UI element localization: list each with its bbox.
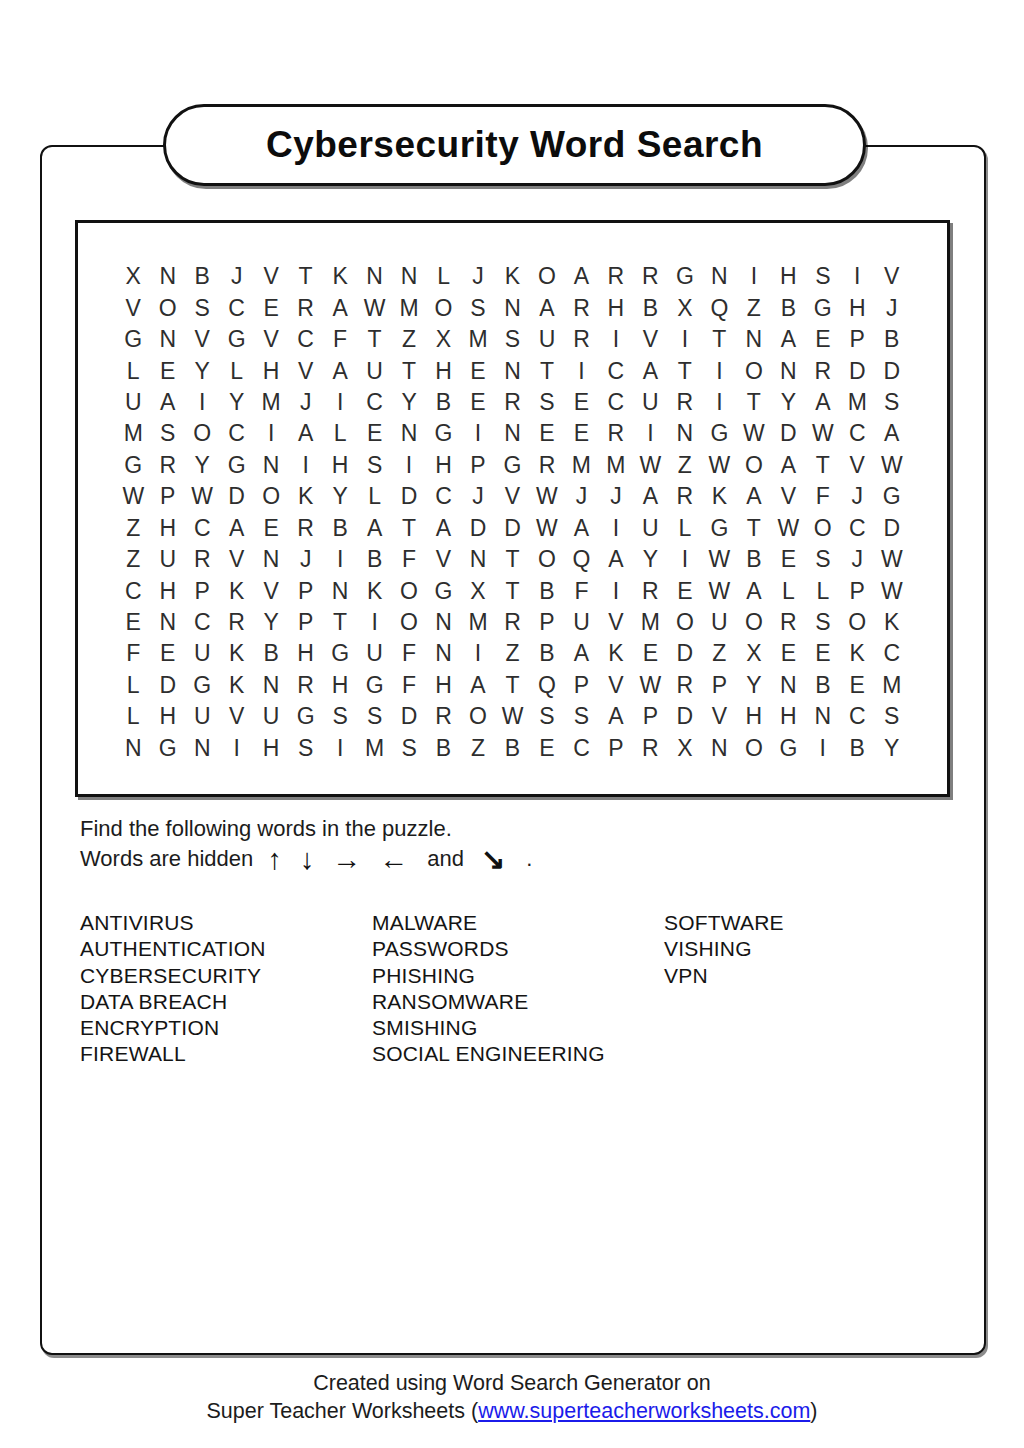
grid-cell-r1c6: T [288,261,322,292]
grid-cell-r13c8: U [357,638,391,669]
grid-cell-r14c22: E [840,670,874,701]
grid-cell-r3c11: M [461,324,495,355]
grid-cell-r9c15: I [599,513,633,544]
grid-cell-r7c12: G [495,450,529,481]
grid-cell-r6c16: I [633,418,667,449]
grid-cell-r16c21: I [806,733,840,764]
grid-cell-r15c4: V [219,701,253,732]
grid-cell-r12c7: T [323,607,357,638]
grid-cell-r14c3: G [185,670,219,701]
grid-cell-r16c17: X [668,733,702,764]
grid-cell-r4c4: L [219,355,253,386]
grid-cell-r5c8: C [357,387,391,418]
grid-cell-r7c17: Z [668,450,702,481]
grid-cell-r2c10: O [426,292,460,323]
grid-cell-r14c23: M [875,670,909,701]
grid-cell-r15c19: H [737,701,771,732]
grid-cell-r12c20: R [771,607,805,638]
grid-cell-r1c10: L [426,261,460,292]
grid-cell-r15c17: D [668,701,702,732]
grid-cell-r12c12: R [495,607,529,638]
grid-cell-r15c14: S [564,701,598,732]
grid-cell-r11c19: A [737,575,771,606]
grid-cell-r10c21: S [806,544,840,575]
grid-cell-r13c14: A [564,638,598,669]
grid-cell-r4c9: T [392,355,426,386]
grid-cell-r3c23: B [875,324,909,355]
grid-cell-r16c15: P [599,733,633,764]
grid-cell-r14c2: D [150,670,184,701]
grid-cell-r5c5: M [254,387,288,418]
grid-cell-r5c13: S [530,387,564,418]
grid-cell-r10c20: E [771,544,805,575]
grid-cell-r2c4: C [219,292,253,323]
grid-cell-r7c18: W [702,450,736,481]
grid-cell-r7c6: I [288,450,322,481]
grid-cell-r13c11: I [461,638,495,669]
grid-cell-r6c8: E [357,418,391,449]
grid-cell-r3c6: C [288,324,322,355]
grid-cell-r11c20: L [771,575,805,606]
grid-cell-r8c18: K [702,481,736,512]
grid-cell-r4c2: E [150,355,184,386]
grid-cell-r10c5: N [254,544,288,575]
grid-cell-r8c8: L [357,481,391,512]
grid-cell-r16c10: B [426,733,460,764]
left-arrow-icon: ← [379,846,408,872]
grid-cell-r3c7: F [323,324,357,355]
grid-cell-r14c18: P [702,670,736,701]
word-list-item: AUTHENTICATION [80,936,266,962]
grid-cell-r8c6: K [288,481,322,512]
grid-cell-r16c9: S [392,733,426,764]
down-arrow-icon: ↓ [300,846,315,872]
grid-cell-r16c4: I [219,733,253,764]
grid-cell-r9c11: D [461,513,495,544]
word-list-item: SMISHING [372,1015,605,1041]
grid-cell-r15c11: O [461,701,495,732]
grid-cell-r16c23: Y [875,733,909,764]
grid-cell-r9c10: A [426,513,460,544]
grid-cell-r12c18: U [702,607,736,638]
grid-cell-r13c23: C [875,638,909,669]
grid-cell-r6c1: M [116,418,150,449]
word-list-item: SOCIAL ENGINEERING [372,1041,605,1067]
word-list-item: PASSWORDS [372,936,605,962]
grid-cell-r14c6: R [288,670,322,701]
grid-cell-r1c23: V [875,261,909,292]
instructions-line-2-prefix: Words are hidden [80,844,253,874]
grid-cell-r6c2: S [150,418,184,449]
grid-cell-r15c20: H [771,701,805,732]
grid-cell-r13c5: B [254,638,288,669]
grid-cell-r8c22: J [840,481,874,512]
grid-cell-r12c14: U [564,607,598,638]
grid-cell-r14c17: R [668,670,702,701]
footer-line-1: Created using Word Search Generator on [0,1369,1024,1397]
grid-cell-r2c17: X [668,292,702,323]
grid-cell-r1c8: N [357,261,391,292]
grid-cell-r12c15: V [599,607,633,638]
grid-cell-r10c11: N [461,544,495,575]
grid-cell-r7c3: Y [185,450,219,481]
grid-cell-r15c8: S [357,701,391,732]
grid-cell-r6c20: D [771,418,805,449]
grid-cell-r8c3: W [185,481,219,512]
grid-cell-r10c17: I [668,544,702,575]
grid-cell-r15c10: R [426,701,460,732]
grid-cell-r16c14: C [564,733,598,764]
grid-cell-r2c9: M [392,292,426,323]
grid-cell-r8c23: G [875,481,909,512]
grid-cell-r13c20: E [771,638,805,669]
grid-cell-r7c21: T [806,450,840,481]
grid-cell-r4c10: H [426,355,460,386]
instructions-line-2: Words are hidden ↑ ↓ → ← and ↘ . [80,844,532,874]
grid-cell-r1c3: B [185,261,219,292]
grid-cell-r3c4: G [219,324,253,355]
grid-cell-r10c18: W [702,544,736,575]
grid-cell-r4c15: C [599,355,633,386]
grid-cell-r13c22: K [840,638,874,669]
grid-cell-r2c12: N [495,292,529,323]
grid-cell-r15c18: V [702,701,736,732]
grid-cell-r12c21: S [806,607,840,638]
grid-cell-r11c18: W [702,575,736,606]
word-list-column-3: SOFTWAREVISHINGVPN [664,910,784,989]
grid-cell-r2c8: W [357,292,391,323]
grid-cell-r10c22: J [840,544,874,575]
grid-cell-r5c17: R [668,387,702,418]
grid-cell-r2c14: R [564,292,598,323]
grid-cell-r12c11: M [461,607,495,638]
grid-cell-r14c14: P [564,670,598,701]
grid-cell-r8c17: R [668,481,702,512]
word-list-item: ENCRYPTION [80,1015,266,1041]
grid-cell-r15c7: S [323,701,357,732]
grid-cell-r7c1: G [116,450,150,481]
grid-cell-r2c22: H [840,292,874,323]
grid-cell-r1c7: K [323,261,357,292]
grid-cell-r4c5: H [254,355,288,386]
grid-cell-r11c5: V [254,575,288,606]
grid-cell-r16c20: G [771,733,805,764]
grid-cell-r16c7: I [323,733,357,764]
grid-cell-r13c18: Z [702,638,736,669]
grid-cell-r3c9: Z [392,324,426,355]
word-list-item: FIREWALL [80,1041,266,1067]
grid-cell-r5c16: U [633,387,667,418]
grid-cell-r12c22: O [840,607,874,638]
grid-cell-r16c5: H [254,733,288,764]
grid-cell-r3c2: N [150,324,184,355]
grid-cell-r12c2: N [150,607,184,638]
grid-cell-r1c19: I [737,261,771,292]
grid-cell-r15c2: H [150,701,184,732]
grid-cell-r2c20: B [771,292,805,323]
grid-cell-r2c16: B [633,292,667,323]
word-list-column-1: ANTIVIRUSAUTHENTICATIONCYBERSECURITYDATA… [80,910,266,1068]
grid-cell-r8c1: W [116,481,150,512]
grid-cell-r5c19: T [737,387,771,418]
grid-cell-r1c21: S [806,261,840,292]
grid-cell-r8c10: C [426,481,460,512]
grid-cell-r6c9: N [392,418,426,449]
grid-cell-r9c19: T [737,513,771,544]
footer-line-2-suffix: ) [810,1399,817,1423]
grid-cell-r8c5: O [254,481,288,512]
grid-cell-r12c9: O [392,607,426,638]
grid-cell-r14c12: T [495,670,529,701]
grid-cell-r9c9: T [392,513,426,544]
grid-cell-r15c3: U [185,701,219,732]
grid-cell-r13c4: K [219,638,253,669]
grid-cell-r10c8: B [357,544,391,575]
word-list-item: ANTIVIRUS [80,910,266,936]
grid-cell-r4c19: O [737,355,771,386]
page-title: Cybersecurity Word Search [266,124,763,166]
grid-cell-r7c22: V [840,450,874,481]
grid-cell-r13c19: X [737,638,771,669]
grid-cell-r9c6: R [288,513,322,544]
grid-cell-r10c7: I [323,544,357,575]
grid-cell-r1c17: G [668,261,702,292]
grid-cell-r2c15: H [599,292,633,323]
grid-cell-r16c11: Z [461,733,495,764]
grid-cell-r4c7: A [323,355,357,386]
grid-cell-r3c18: T [702,324,736,355]
grid-cell-r15c22: C [840,701,874,732]
grid-cell-r13c13: B [530,638,564,669]
up-arrow-icon: ↑ [267,846,282,872]
right-arrow-icon: → [332,846,361,872]
grid-cell-r13c6: H [288,638,322,669]
grid-cell-r6c5: I [254,418,288,449]
grid-cell-r9c17: L [668,513,702,544]
grid-cell-r3c15: I [599,324,633,355]
grid-cell-r14c20: N [771,670,805,701]
grid-cell-r10c13: O [530,544,564,575]
grid-cell-r14c9: F [392,670,426,701]
grid-cell-r7c7: H [323,450,357,481]
grid-cell-r10c3: R [185,544,219,575]
grid-cell-r4c18: I [702,355,736,386]
grid-cell-r4c14: I [564,355,598,386]
grid-cell-r12c4: R [219,607,253,638]
grid-cell-r7c9: I [392,450,426,481]
grid-cell-r1c14: A [564,261,598,292]
grid-cell-r4c20: N [771,355,805,386]
grid-cell-r9c1: Z [116,513,150,544]
grid-cell-r11c2: H [150,575,184,606]
grid-cell-r5c11: E [461,387,495,418]
grid-cell-r5c14: E [564,387,598,418]
grid-cell-r4c22: D [840,355,874,386]
diagonal-down-right-arrow-icon: ↘ [481,846,505,872]
instructions-line-1: Find the following words in the puzzle. [80,814,532,844]
word-list-item: MALWARE [372,910,605,936]
grid-cell-r13c16: E [633,638,667,669]
grid-cell-r11c23: W [875,575,909,606]
grid-cell-r1c1: X [116,261,150,292]
grid-cell-r15c21: N [806,701,840,732]
grid-cell-r5c2: A [150,387,184,418]
grid-cell-r7c15: M [599,450,633,481]
grid-cell-r11c11: X [461,575,495,606]
grid-cell-r12c13: P [530,607,564,638]
grid-cell-r14c11: A [461,670,495,701]
grid-cell-r14c4: K [219,670,253,701]
grid-cell-r11c22: P [840,575,874,606]
grid-cell-r4c17: T [668,355,702,386]
grid-cell-r12c1: E [116,607,150,638]
grid-cell-r11c13: B [530,575,564,606]
grid-cell-r4c13: T [530,355,564,386]
grid-cell-r7c13: R [530,450,564,481]
grid-cell-r2c23: J [875,292,909,323]
grid-cell-r9c14: A [564,513,598,544]
grid-cell-r10c16: Y [633,544,667,575]
grid-cell-r8c20: V [771,481,805,512]
grid-cell-r8c19: A [737,481,771,512]
grid-cell-r4c12: N [495,355,529,386]
grid-cell-r6c4: C [219,418,253,449]
grid-cell-r5c15: C [599,387,633,418]
grid-cell-r6c12: N [495,418,529,449]
grid-cell-r6c14: E [564,418,598,449]
grid-cell-r16c18: N [702,733,736,764]
grid-cell-r7c11: P [461,450,495,481]
grid-cell-r13c2: E [150,638,184,669]
conjunction-text: and [427,844,464,874]
grid-cell-r10c4: V [219,544,253,575]
grid-cell-r16c6: S [288,733,322,764]
grid-cell-r15c16: P [633,701,667,732]
grid-cell-r3c20: A [771,324,805,355]
grid-cell-r3c22: P [840,324,874,355]
grid-cell-r3c14: R [564,324,598,355]
grid-cell-r1c22: I [840,261,874,292]
grid-cell-r8c14: J [564,481,598,512]
grid-cell-r10c23: W [875,544,909,575]
grid-cell-r3c17: I [668,324,702,355]
grid-cell-r16c1: N [116,733,150,764]
grid-cell-r1c18: N [702,261,736,292]
grid-cell-r9c20: W [771,513,805,544]
grid-cell-r15c13: S [530,701,564,732]
grid-cell-r13c7: G [323,638,357,669]
grid-cell-r5c10: B [426,387,460,418]
grid-cell-r6c13: E [530,418,564,449]
grid-cell-r6c7: L [323,418,357,449]
grid-cell-r7c23: W [875,450,909,481]
grid-cell-r14c15: V [599,670,633,701]
grid-cell-r1c11: J [461,261,495,292]
grid-cell-r12c19: O [737,607,771,638]
grid-cell-r11c9: O [392,575,426,606]
grid-cell-r13c10: N [426,638,460,669]
word-list-column-2: MALWAREPASSWORDSPHISHINGRANSOMWARESMISHI… [372,910,605,1068]
grid-cell-r6c15: R [599,418,633,449]
grid-cell-r11c3: P [185,575,219,606]
word-list-item: RANSOMWARE [372,989,605,1015]
grid-cell-r8c12: V [495,481,529,512]
instructions: Find the following words in the puzzle. … [80,814,532,874]
grid-cell-r12c16: M [633,607,667,638]
grid-cell-r13c9: F [392,638,426,669]
grid-cell-r8c13: W [530,481,564,512]
grid-cell-r9c4: A [219,513,253,544]
grid-cell-r13c12: Z [495,638,529,669]
grid-cell-r11c6: P [288,575,322,606]
grid-cell-r3c21: E [806,324,840,355]
grid-cell-r10c1: Z [116,544,150,575]
grid-cell-r7c19: O [737,450,771,481]
grid-cell-r9c12: D [495,513,529,544]
grid-cell-r1c12: K [495,261,529,292]
grid-cell-r6c23: A [875,418,909,449]
period-text: . [526,844,532,874]
puzzle-grid-box: XNBJVTKNNLJKOARRGNIHSIVVOSCERAWMOSNARHBX… [75,220,950,797]
grid-cell-r2c6: R [288,292,322,323]
grid-cell-r2c7: A [323,292,357,323]
grid-cell-r5c12: R [495,387,529,418]
grid-cell-r1c5: V [254,261,288,292]
grid-cell-r4c1: L [116,355,150,386]
grid-cell-r3c16: V [633,324,667,355]
grid-cell-r12c5: Y [254,607,288,638]
grid-cell-r2c19: Z [737,292,771,323]
grid-cell-r16c3: N [185,733,219,764]
grid-cell-r6c22: C [840,418,874,449]
grid-cell-r16c16: R [633,733,667,764]
grid-cell-r9c23: D [875,513,909,544]
grid-cell-r8c2: P [150,481,184,512]
grid-cell-r5c21: A [806,387,840,418]
website-link[interactable]: www.superteacherworksheets.com [478,1399,810,1423]
grid-cell-r10c2: U [150,544,184,575]
grid-cell-r14c5: N [254,670,288,701]
grid-cell-r13c15: K [599,638,633,669]
grid-cell-r7c4: G [219,450,253,481]
grid-cell-r3c19: N [737,324,771,355]
grid-cell-r9c2: H [150,513,184,544]
grid-cell-r8c16: A [633,481,667,512]
grid-cell-r6c19: W [737,418,771,449]
grid-cell-r11c15: I [599,575,633,606]
grid-cell-r5c18: I [702,387,736,418]
grid-cell-r14c7: H [323,670,357,701]
grid-cell-r5c1: U [116,387,150,418]
grid-cell-r15c9: D [392,701,426,732]
grid-cell-r15c1: L [116,701,150,732]
grid-cell-r12c3: C [185,607,219,638]
grid-cell-r11c12: T [495,575,529,606]
grid-cell-r4c6: V [288,355,322,386]
grid-cell-r5c22: M [840,387,874,418]
grid-cell-r9c18: G [702,513,736,544]
grid-cell-r15c23: S [875,701,909,732]
word-list-item: PHISHING [372,963,605,989]
grid-cell-r4c21: R [806,355,840,386]
grid-cell-r10c14: Q [564,544,598,575]
grid-cell-r4c11: E [461,355,495,386]
grid-cell-r16c22: B [840,733,874,764]
grid-cell-r8c7: Y [323,481,357,512]
grid-cell-r8c21: F [806,481,840,512]
grid-cell-r13c1: F [116,638,150,669]
word-list-item: CYBERSECURITY [80,963,266,989]
